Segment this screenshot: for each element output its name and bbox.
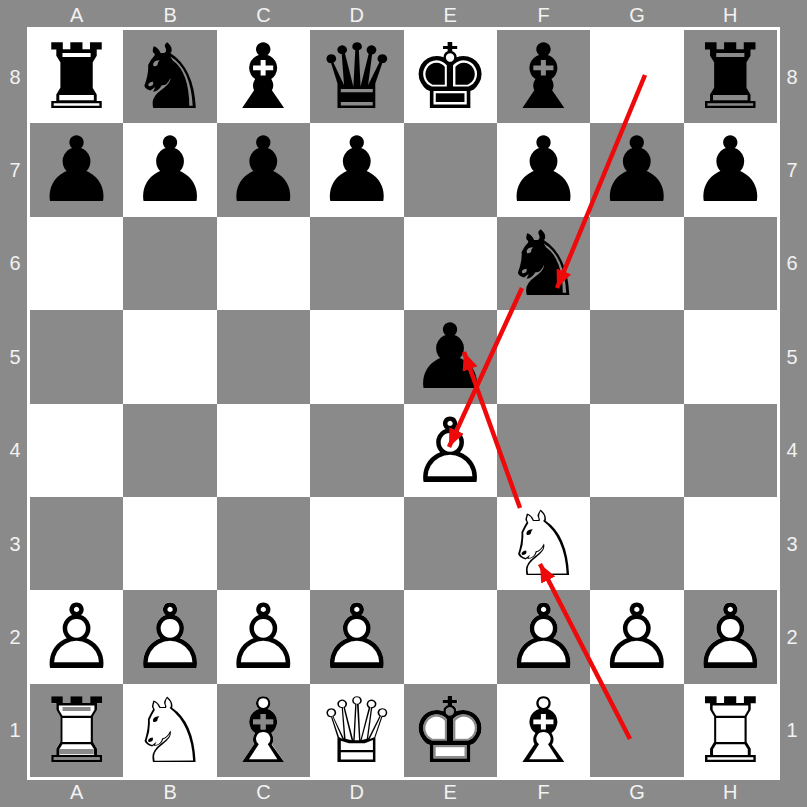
square-e1[interactable]: ♚♔ <box>404 684 497 777</box>
square-a1[interactable]: ♜♖ <box>30 684 123 777</box>
square-a5[interactable] <box>30 310 123 403</box>
piece-white-queen[interactable]: ♛♕ <box>310 684 403 777</box>
piece-white-pawn[interactable]: ♟♙ <box>217 590 310 683</box>
rank-label-5: 5 <box>0 310 30 403</box>
square-e3[interactable] <box>404 497 497 590</box>
square-a6[interactable] <box>30 217 123 310</box>
square-h5[interactable] <box>684 310 777 403</box>
piece-outline: ♙ <box>217 590 310 683</box>
piece-white-bishop[interactable]: ♝♗ <box>217 684 310 777</box>
piece-outline: ♙ <box>684 590 777 683</box>
piece-outline: ♖ <box>684 684 777 777</box>
square-d2[interactable]: ♟♙ <box>310 590 403 683</box>
rank-label-6: 6 <box>777 217 807 310</box>
piece-black-bishop[interactable]: ♝ <box>497 30 590 123</box>
piece-black-knight[interactable]: ♞ <box>497 217 590 310</box>
rank-label-4: 4 <box>0 404 30 497</box>
square-h6[interactable] <box>684 217 777 310</box>
square-e6[interactable] <box>404 217 497 310</box>
piece-black-bishop[interactable]: ♝ <box>217 30 310 123</box>
piece-outline: ♙ <box>123 590 216 683</box>
square-d1[interactable]: ♛♕ <box>310 684 403 777</box>
square-c6[interactable] <box>217 217 310 310</box>
piece-outline: ♘ <box>497 497 590 590</box>
piece-white-pawn[interactable]: ♟♙ <box>30 590 123 683</box>
piece-outline: ♖ <box>30 684 123 777</box>
piece-white-king[interactable]: ♚♔ <box>404 684 497 777</box>
square-f5[interactable] <box>497 310 590 403</box>
piece-black-king[interactable]: ♚ <box>404 30 497 123</box>
piece-black-pawn[interactable]: ♟ <box>123 123 216 216</box>
piece-black-pawn[interactable]: ♟ <box>404 310 497 403</box>
square-a8[interactable]: ♜ <box>30 30 123 123</box>
piece-white-knight[interactable]: ♞♘ <box>123 684 216 777</box>
square-h1[interactable]: ♜♖ <box>684 684 777 777</box>
rank-label-4: 4 <box>777 404 807 497</box>
chess-diagram: ABCDEFGH ABCDEFGH 87654321 87654321 ♜♞♝♛… <box>0 0 807 807</box>
piece-black-pawn[interactable]: ♟ <box>497 123 590 216</box>
piece-outline: ♗ <box>217 684 310 777</box>
square-c2[interactable]: ♟♙ <box>217 590 310 683</box>
rank-label-7: 7 <box>0 123 30 216</box>
piece-white-pawn[interactable]: ♟♙ <box>590 590 683 683</box>
file-label-g: G <box>590 0 683 30</box>
piece-white-pawn[interactable]: ♟♙ <box>497 590 590 683</box>
piece-white-pawn[interactable]: ♟♙ <box>404 404 497 497</box>
square-g4[interactable] <box>590 404 683 497</box>
square-b2[interactable]: ♟♙ <box>123 590 216 683</box>
square-b1[interactable]: ♞♘ <box>123 684 216 777</box>
square-a3[interactable] <box>30 497 123 590</box>
square-f2[interactable]: ♟♙ <box>497 590 590 683</box>
square-d6[interactable] <box>310 217 403 310</box>
square-a4[interactable] <box>30 404 123 497</box>
square-f3[interactable]: ♞♘ <box>497 497 590 590</box>
piece-black-pawn[interactable]: ♟ <box>590 123 683 216</box>
piece-outline: ♙ <box>497 590 590 683</box>
square-d5[interactable] <box>310 310 403 403</box>
square-h8[interactable]: ♜ <box>684 30 777 123</box>
file-label-g: G <box>590 777 683 807</box>
square-e8[interactable]: ♚ <box>404 30 497 123</box>
piece-black-rook[interactable]: ♜ <box>30 30 123 123</box>
square-e2[interactable] <box>404 590 497 683</box>
piece-white-pawn[interactable]: ♟♙ <box>684 590 777 683</box>
square-b8[interactable]: ♞ <box>123 30 216 123</box>
rank-label-8: 8 <box>0 30 30 123</box>
piece-outline: ♙ <box>30 590 123 683</box>
piece-outline: ♙ <box>310 590 403 683</box>
piece-black-pawn[interactable]: ♟ <box>684 123 777 216</box>
square-h4[interactable] <box>684 404 777 497</box>
square-b7[interactable]: ♟ <box>123 123 216 216</box>
square-d8[interactable]: ♛ <box>310 30 403 123</box>
square-b5[interactable] <box>123 310 216 403</box>
piece-outline: ♙ <box>590 590 683 683</box>
rank-label-6: 6 <box>0 217 30 310</box>
rank-label-5: 5 <box>777 310 807 403</box>
rank-labels-right: 87654321 <box>777 30 807 777</box>
square-c5[interactable] <box>217 310 310 403</box>
square-a7[interactable]: ♟ <box>30 123 123 216</box>
piece-outline: ♙ <box>404 404 497 497</box>
piece-white-bishop[interactable]: ♝♗ <box>497 684 590 777</box>
piece-white-rook[interactable]: ♜♖ <box>30 684 123 777</box>
piece-white-pawn[interactable]: ♟♙ <box>123 590 216 683</box>
square-f7[interactable]: ♟ <box>497 123 590 216</box>
square-f1[interactable]: ♝♗ <box>497 684 590 777</box>
piece-black-pawn[interactable]: ♟ <box>30 123 123 216</box>
square-g5[interactable] <box>590 310 683 403</box>
rank-label-2: 2 <box>777 590 807 683</box>
square-g3[interactable] <box>590 497 683 590</box>
square-f4[interactable] <box>497 404 590 497</box>
square-c3[interactable] <box>217 497 310 590</box>
square-d4[interactable] <box>310 404 403 497</box>
piece-white-rook[interactable]: ♜♖ <box>684 684 777 777</box>
rank-label-7: 7 <box>777 123 807 216</box>
piece-outline: ♕ <box>310 684 403 777</box>
square-e7[interactable] <box>404 123 497 216</box>
square-e5[interactable]: ♟ <box>404 310 497 403</box>
piece-black-queen[interactable]: ♛ <box>310 30 403 123</box>
square-c7[interactable]: ♟ <box>217 123 310 216</box>
square-c8[interactable]: ♝ <box>217 30 310 123</box>
square-h2[interactable]: ♟♙ <box>684 590 777 683</box>
piece-black-pawn[interactable]: ♟ <box>217 123 310 216</box>
rank-label-3: 3 <box>777 497 807 590</box>
square-g7[interactable]: ♟ <box>590 123 683 216</box>
square-d3[interactable] <box>310 497 403 590</box>
square-h7[interactable]: ♟ <box>684 123 777 216</box>
piece-outline: ♔ <box>404 684 497 777</box>
square-b3[interactable] <box>123 497 216 590</box>
square-g2[interactable]: ♟♙ <box>590 590 683 683</box>
square-b6[interactable] <box>123 217 216 310</box>
rank-label-1: 1 <box>777 684 807 777</box>
square-h3[interactable] <box>684 497 777 590</box>
piece-white-knight[interactable]: ♞♘ <box>497 497 590 590</box>
square-g6[interactable] <box>590 217 683 310</box>
rank-labels-left: 87654321 <box>0 30 30 777</box>
rank-label-8: 8 <box>777 30 807 123</box>
rank-label-3: 3 <box>0 497 30 590</box>
piece-white-pawn[interactable]: ♟♙ <box>310 590 403 683</box>
rank-label-2: 2 <box>0 590 30 683</box>
square-f8[interactable]: ♝ <box>497 30 590 123</box>
piece-black-knight[interactable]: ♞ <box>123 30 216 123</box>
chess-board: ♜♞♝♛♚♝♜♟♟♟♟♟♟♟♞♟♟♙♞♘♟♙♟♙♟♙♟♙♟♙♟♙♟♙♜♖♞♘♝♗… <box>27 27 780 780</box>
piece-outline: ♗ <box>497 684 590 777</box>
piece-black-pawn[interactable]: ♟ <box>310 123 403 216</box>
square-c1[interactable]: ♝♗ <box>217 684 310 777</box>
square-c4[interactable] <box>217 404 310 497</box>
rank-label-1: 1 <box>0 684 30 777</box>
square-e4[interactable]: ♟♙ <box>404 404 497 497</box>
piece-black-rook[interactable]: ♜ <box>684 30 777 123</box>
square-f6[interactable]: ♞ <box>497 217 590 310</box>
square-a2[interactable]: ♟♙ <box>30 590 123 683</box>
square-g8[interactable] <box>590 30 683 123</box>
square-g1[interactable] <box>590 684 683 777</box>
square-d7[interactable]: ♟ <box>310 123 403 216</box>
square-b4[interactable] <box>123 404 216 497</box>
piece-outline: ♘ <box>123 684 216 777</box>
